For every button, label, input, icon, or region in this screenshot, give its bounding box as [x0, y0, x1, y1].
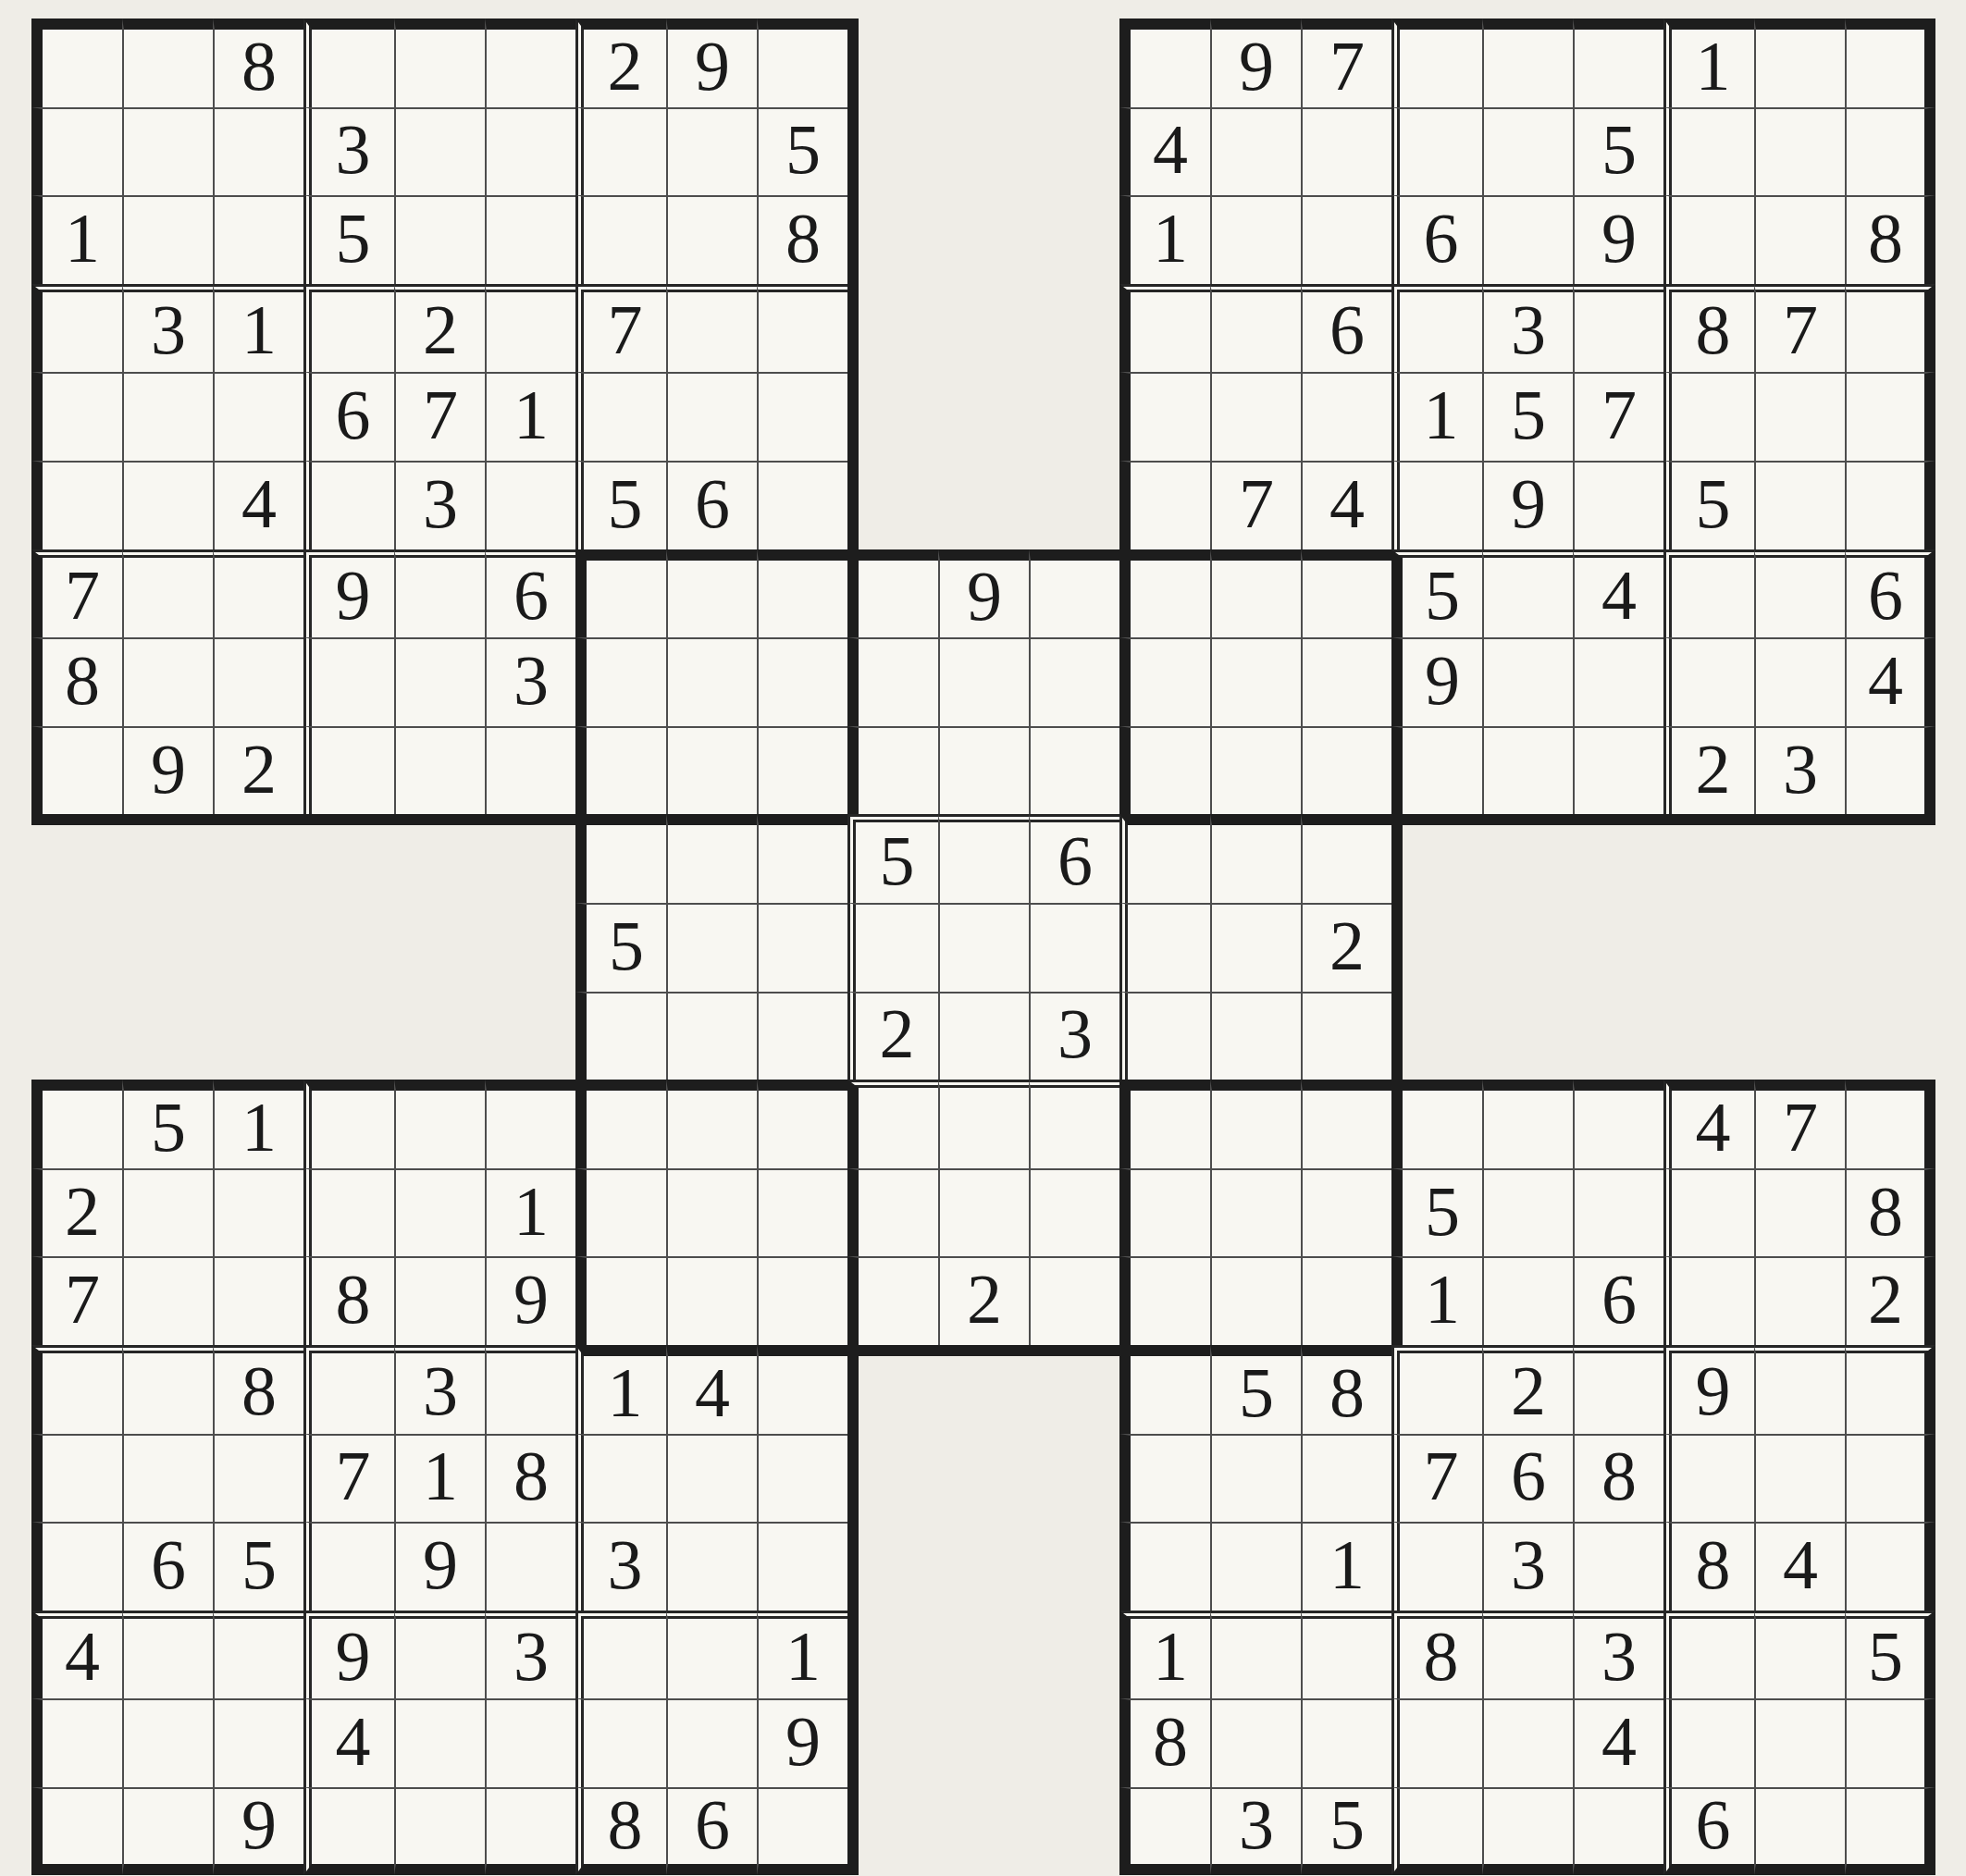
- sudoku-cell-empty[interactable]: [1210, 1256, 1301, 1345]
- sudoku-cell-empty[interactable]: [122, 1168, 213, 1257]
- sudoku-cell-empty[interactable]: [213, 549, 303, 638]
- paper-gap: [1663, 903, 1754, 992]
- sudoku-cell-empty[interactable]: [1210, 903, 1301, 992]
- sudoku-cell-empty[interactable]: [847, 1080, 938, 1168]
- sudoku-cell-empty[interactable]: [757, 903, 847, 992]
- sudoku-cell-empty[interactable]: [666, 903, 757, 992]
- sudoku-cell-empty[interactable]: [31, 1522, 122, 1611]
- sudoku-cell-empty[interactable]: [122, 107, 213, 196]
- sudoku-cell-given: 1: [1119, 195, 1210, 284]
- sudoku-cell-empty[interactable]: [1573, 1522, 1663, 1611]
- sudoku-cell-empty[interactable]: [847, 1256, 938, 1345]
- sudoku-cell-given: 1: [757, 1611, 847, 1699]
- sudoku-cell-empty[interactable]: [1301, 1611, 1391, 1699]
- sudoku-cell-empty[interactable]: [122, 195, 213, 284]
- sudoku-cell-empty[interactable]: [1301, 1080, 1391, 1168]
- cell-digit: 8: [1329, 1357, 1365, 1427]
- sudoku-cell-empty[interactable]: [394, 726, 485, 815]
- paper-gap: [1029, 1787, 1119, 1876]
- sudoku-cell-empty[interactable]: [394, 549, 485, 638]
- sudoku-cell-empty[interactable]: [213, 637, 303, 726]
- sudoku-cell-empty[interactable]: [1391, 1345, 1482, 1434]
- sudoku-cell-empty[interactable]: [122, 1611, 213, 1699]
- sudoku-cell-empty[interactable]: [122, 637, 213, 726]
- sudoku-cell-given: 3: [1210, 1787, 1301, 1876]
- sudoku-cell-empty[interactable]: [666, 726, 757, 815]
- sudoku-cell-empty[interactable]: [1210, 1168, 1301, 1257]
- sudoku-cell-empty[interactable]: [1391, 461, 1482, 549]
- sudoku-cell-empty[interactable]: [394, 1168, 485, 1257]
- sudoku-cell-empty[interactable]: [666, 195, 757, 284]
- sudoku-cell-empty[interactable]: [1573, 461, 1663, 549]
- sudoku-cell-empty[interactable]: [1119, 372, 1210, 461]
- sudoku-cell-empty[interactable]: [1754, 1168, 1845, 1257]
- sudoku-cell-empty[interactable]: [303, 1168, 394, 1257]
- sudoku-cell-empty[interactable]: [1573, 1168, 1663, 1257]
- sudoku-cell-empty[interactable]: [1119, 1787, 1210, 1876]
- paper-gap: [938, 107, 1029, 196]
- sudoku-cell-empty[interactable]: [122, 1787, 213, 1876]
- sudoku-cell-empty[interactable]: [303, 1345, 394, 1434]
- sudoku-cell-empty[interactable]: [757, 549, 847, 638]
- sudoku-cell-empty[interactable]: [122, 1256, 213, 1345]
- sudoku-cell-empty[interactable]: [213, 1256, 303, 1345]
- sudoku-cell-empty[interactable]: [666, 372, 757, 461]
- sudoku-cell-empty[interactable]: [666, 284, 757, 373]
- sudoku-cell-empty[interactable]: [122, 1345, 213, 1434]
- sudoku-cell-empty[interactable]: [122, 372, 213, 461]
- sudoku-cell-empty[interactable]: [757, 992, 847, 1080]
- sudoku-cell-empty[interactable]: [938, 726, 1029, 815]
- sudoku-cell-empty[interactable]: [1754, 1434, 1845, 1523]
- sudoku-cell-empty[interactable]: [1845, 1787, 1935, 1876]
- sudoku-cell-empty[interactable]: [1482, 1168, 1573, 1257]
- paper-gap: [213, 814, 303, 903]
- sudoku-cell-empty[interactable]: [1482, 637, 1573, 726]
- sudoku-cell-empty[interactable]: [1754, 637, 1845, 726]
- sudoku-cell-empty[interactable]: [1482, 1080, 1573, 1168]
- paper-gap: [122, 903, 213, 992]
- sudoku-cell-empty[interactable]: [575, 726, 666, 815]
- sudoku-cell-empty[interactable]: [575, 1168, 666, 1257]
- sudoku-cell-empty[interactable]: [666, 637, 757, 726]
- cell-digit: 7: [1783, 294, 1818, 364]
- sudoku-cell-empty[interactable]: [1391, 284, 1482, 373]
- sudoku-cell-empty[interactable]: [394, 1611, 485, 1699]
- sudoku-cell-empty[interactable]: [757, 1168, 847, 1257]
- cell-digit: 6: [695, 1789, 730, 1859]
- sudoku-cell-empty[interactable]: [757, 637, 847, 726]
- sudoku-cell-empty[interactable]: [1119, 1434, 1210, 1523]
- sudoku-cell-empty[interactable]: [1754, 461, 1845, 549]
- sudoku-cell-given: 7: [303, 1434, 394, 1523]
- sudoku-cell-empty[interactable]: [1663, 195, 1754, 284]
- sudoku-cell-empty[interactable]: [303, 1522, 394, 1611]
- sudoku-cell-empty[interactable]: [394, 1787, 485, 1876]
- cell-digit: 4: [336, 1706, 371, 1776]
- sudoku-cell-empty[interactable]: [575, 1256, 666, 1345]
- sudoku-cell-empty[interactable]: [31, 1434, 122, 1523]
- sudoku-cell-empty[interactable]: [485, 284, 575, 373]
- sudoku-cell-empty[interactable]: [1482, 195, 1573, 284]
- sudoku-cell-empty[interactable]: [666, 107, 757, 196]
- sudoku-cell-given: 8: [1119, 1698, 1210, 1787]
- sudoku-cell-empty[interactable]: [213, 1168, 303, 1257]
- sudoku-cell-empty[interactable]: [757, 1345, 847, 1434]
- sudoku-cell-empty[interactable]: [575, 107, 666, 196]
- sudoku-cell-empty[interactable]: [575, 1434, 666, 1523]
- paper-gap: [847, 461, 938, 549]
- sudoku-cell-empty[interactable]: [485, 19, 575, 107]
- sudoku-cell-empty[interactable]: [666, 992, 757, 1080]
- sudoku-cell-empty[interactable]: [394, 107, 485, 196]
- sudoku-cell-empty[interactable]: [666, 1080, 757, 1168]
- sudoku-cell-empty[interactable]: [1301, 1256, 1391, 1345]
- sudoku-cell-empty[interactable]: [1210, 549, 1301, 638]
- sudoku-cell-empty[interactable]: [1845, 1434, 1935, 1523]
- paper-gap: [938, 1522, 1029, 1611]
- sudoku-cell-empty[interactable]: [1301, 1168, 1391, 1257]
- paper-gap: [213, 903, 303, 992]
- sudoku-cell-empty[interactable]: [1663, 1698, 1754, 1787]
- sudoku-cell-empty[interactable]: [757, 1522, 847, 1611]
- sudoku-cell-empty[interactable]: [1573, 726, 1663, 815]
- sudoku-cell-empty[interactable]: [1754, 372, 1845, 461]
- sudoku-cell-empty[interactable]: [757, 726, 847, 815]
- sudoku-cell-empty[interactable]: [1119, 726, 1210, 815]
- sudoku-cell-empty[interactable]: [1845, 1080, 1935, 1168]
- sudoku-cell-empty[interactable]: [1845, 1345, 1935, 1434]
- sudoku-cell-empty[interactable]: [1210, 1611, 1301, 1699]
- paper-gap: [847, 195, 938, 284]
- sudoku-cell-given: 5: [575, 461, 666, 549]
- sudoku-cell-empty[interactable]: [938, 903, 1029, 992]
- sudoku-cell-empty[interactable]: [575, 195, 666, 284]
- sudoku-cell-empty[interactable]: [31, 1787, 122, 1876]
- sudoku-cell-empty[interactable]: [1573, 1080, 1663, 1168]
- sudoku-cell-empty[interactable]: [1210, 637, 1301, 726]
- sudoku-cell-empty[interactable]: [1119, 1522, 1210, 1611]
- cell-digit: 7: [65, 1264, 100, 1334]
- sudoku-cell-empty[interactable]: [1210, 1698, 1301, 1787]
- sudoku-cell-empty[interactable]: [1119, 903, 1210, 992]
- sudoku-cell-empty[interactable]: [1754, 107, 1845, 196]
- sudoku-cell-empty[interactable]: [1210, 992, 1301, 1080]
- sudoku-cell-empty[interactable]: [1754, 1698, 1845, 1787]
- sudoku-cell-empty[interactable]: [1119, 1345, 1210, 1434]
- sudoku-cell-empty[interactable]: [122, 19, 213, 107]
- sudoku-cell-empty[interactable]: [666, 814, 757, 903]
- sudoku-cell-empty[interactable]: [1301, 107, 1391, 196]
- sudoku-cell-empty[interactable]: [1210, 726, 1301, 815]
- sudoku-cell-empty[interactable]: [1482, 1698, 1573, 1787]
- sudoku-cell-empty[interactable]: [213, 1698, 303, 1787]
- sudoku-cell-empty[interactable]: [1754, 549, 1845, 638]
- sudoku-cell-empty[interactable]: [666, 1522, 757, 1611]
- sudoku-cell-empty[interactable]: [575, 1698, 666, 1787]
- sudoku-cell-empty[interactable]: [575, 1080, 666, 1168]
- sudoku-cell-empty[interactable]: [485, 1698, 575, 1787]
- sudoku-cell-given: 6: [1573, 1256, 1663, 1345]
- sudoku-cell-empty[interactable]: [847, 1168, 938, 1257]
- sudoku-cell-empty[interactable]: [938, 637, 1029, 726]
- sudoku-cell-empty[interactable]: [757, 461, 847, 549]
- sudoku-cell-empty[interactable]: [1845, 461, 1935, 549]
- sudoku-cell-empty[interactable]: [1301, 549, 1391, 638]
- sudoku-cell-empty[interactable]: [1301, 1434, 1391, 1523]
- sudoku-cell-given: 9: [303, 1611, 394, 1699]
- sudoku-cell-empty[interactable]: [757, 1787, 847, 1876]
- sudoku-cell-empty[interactable]: [1845, 372, 1935, 461]
- sudoku-cell-given: 5: [1663, 461, 1754, 549]
- sudoku-cell-empty[interactable]: [575, 1611, 666, 1699]
- sudoku-cell-empty[interactable]: [1663, 107, 1754, 196]
- sudoku-cell-empty[interactable]: [575, 637, 666, 726]
- sudoku-cell-empty[interactable]: [1210, 107, 1301, 196]
- sudoku-cell-empty[interactable]: [757, 1434, 847, 1523]
- sudoku-cell-empty[interactable]: [1845, 1522, 1935, 1611]
- sudoku-cell-empty[interactable]: [303, 284, 394, 373]
- sudoku-cell-empty[interactable]: [303, 19, 394, 107]
- sudoku-cell-empty[interactable]: [1663, 1256, 1754, 1345]
- sudoku-cell-empty[interactable]: [757, 284, 847, 373]
- sudoku-cell-empty[interactable]: [1210, 1434, 1301, 1523]
- sudoku-cell-empty[interactable]: [1301, 372, 1391, 461]
- sudoku-cell-empty[interactable]: [31, 1345, 122, 1434]
- sudoku-cell-empty[interactable]: [394, 637, 485, 726]
- sudoku-cell-empty[interactable]: [1573, 19, 1663, 107]
- sudoku-cell-empty[interactable]: [1301, 1698, 1391, 1787]
- sudoku-cell-empty[interactable]: [666, 549, 757, 638]
- sudoku-cell-empty[interactable]: [1754, 1256, 1845, 1345]
- sudoku-cell-empty[interactable]: [1573, 284, 1663, 373]
- sudoku-cell-empty[interactable]: [1482, 19, 1573, 107]
- sudoku-cell-empty[interactable]: [1391, 726, 1482, 815]
- sudoku-cell-empty[interactable]: [1029, 1168, 1119, 1257]
- cell-digit: 6: [513, 560, 549, 630]
- sudoku-cell-empty[interactable]: [666, 1256, 757, 1345]
- sudoku-cell-empty[interactable]: [213, 372, 303, 461]
- cell-digit: 4: [65, 1621, 100, 1691]
- sudoku-cell-empty[interactable]: [394, 19, 485, 107]
- sudoku-cell-empty[interactable]: [1573, 637, 1663, 726]
- cell-digit: 1: [513, 379, 549, 450]
- sudoku-cell-empty[interactable]: [1482, 1611, 1573, 1699]
- sudoku-cell-empty[interactable]: [1845, 19, 1935, 107]
- sudoku-cell-empty[interactable]: [122, 1698, 213, 1787]
- sudoku-cell-empty[interactable]: [1210, 372, 1301, 461]
- sudoku-cell-empty[interactable]: [575, 549, 666, 638]
- sudoku-cell-empty[interactable]: [1210, 284, 1301, 373]
- sudoku-cell-empty[interactable]: [1029, 637, 1119, 726]
- sudoku-cell-empty[interactable]: [485, 195, 575, 284]
- sudoku-cell-empty[interactable]: [1391, 1698, 1482, 1787]
- sudoku-cell-empty[interactable]: [1119, 637, 1210, 726]
- paper-gap: [31, 992, 122, 1080]
- sudoku-cell-empty[interactable]: [1663, 1168, 1754, 1257]
- sudoku-cell-empty[interactable]: [757, 19, 847, 107]
- paper-gap: [847, 1698, 938, 1787]
- sudoku-cell-empty[interactable]: [122, 1434, 213, 1523]
- sudoku-cell-empty[interactable]: [1210, 195, 1301, 284]
- sudoku-cell-empty[interactable]: [394, 195, 485, 284]
- sudoku-cell-empty[interactable]: [213, 1434, 303, 1523]
- sudoku-cell-empty[interactable]: [1754, 1787, 1845, 1876]
- sudoku-cell-empty[interactable]: [1482, 1256, 1573, 1345]
- sudoku-cell-empty[interactable]: [1029, 1256, 1119, 1345]
- cell-digit: 4: [241, 468, 277, 538]
- sudoku-cell-given: 1: [1391, 1256, 1482, 1345]
- sudoku-cell-empty[interactable]: [1573, 1345, 1663, 1434]
- sudoku-cell-empty[interactable]: [1210, 1080, 1301, 1168]
- sudoku-cell-empty[interactable]: [485, 1345, 575, 1434]
- sudoku-cell-empty[interactable]: [1663, 1611, 1754, 1699]
- sudoku-cell-empty[interactable]: [1119, 1256, 1210, 1345]
- sudoku-cell-empty[interactable]: [938, 814, 1029, 903]
- sudoku-cell-empty[interactable]: [1391, 107, 1482, 196]
- sudoku-cell-empty[interactable]: [1210, 1522, 1301, 1611]
- sudoku-cell-empty[interactable]: [1119, 19, 1210, 107]
- sudoku-cell-empty[interactable]: [1754, 19, 1845, 107]
- sudoku-cell-empty[interactable]: [1119, 992, 1210, 1080]
- sudoku-cell-empty[interactable]: [1391, 1080, 1482, 1168]
- sudoku-cell-empty[interactable]: [1301, 195, 1391, 284]
- sudoku-cell-empty[interactable]: [666, 1698, 757, 1787]
- sudoku-cell-empty[interactable]: [1301, 814, 1391, 903]
- sudoku-cell-empty[interactable]: [31, 284, 122, 373]
- sudoku-cell-empty[interactable]: [1119, 1080, 1210, 1168]
- sudoku-cell-empty[interactable]: [122, 549, 213, 638]
- sudoku-cell-empty[interactable]: [394, 1698, 485, 1787]
- paper-gap: [1029, 195, 1119, 284]
- sudoku-cell-empty[interactable]: [1845, 726, 1935, 815]
- sudoku-cell-empty[interactable]: [1754, 195, 1845, 284]
- sudoku-cell-empty[interactable]: [1663, 1434, 1754, 1523]
- sudoku-cell-empty[interactable]: [666, 1168, 757, 1257]
- sudoku-cell-empty[interactable]: [1482, 549, 1573, 638]
- sudoku-cell-empty[interactable]: [1119, 549, 1210, 638]
- sudoku-cell-empty[interactable]: [122, 461, 213, 549]
- sudoku-cell-empty[interactable]: [394, 1080, 485, 1168]
- sudoku-cell-empty[interactable]: [303, 726, 394, 815]
- sudoku-cell-empty[interactable]: [1119, 284, 1210, 373]
- paper-gap: [1029, 1611, 1119, 1699]
- sudoku-cell-empty[interactable]: [485, 726, 575, 815]
- sudoku-cell-empty[interactable]: [1029, 903, 1119, 992]
- sudoku-cell-empty[interactable]: [1029, 1080, 1119, 1168]
- sudoku-cell-empty[interactable]: [757, 372, 847, 461]
- sudoku-cell-empty[interactable]: [847, 549, 938, 638]
- sudoku-cell-empty[interactable]: [1482, 726, 1573, 815]
- sudoku-cell-empty[interactable]: [213, 1611, 303, 1699]
- sudoku-cell-empty[interactable]: [1119, 1168, 1210, 1257]
- sudoku-cell-empty[interactable]: [938, 1168, 1029, 1257]
- sudoku-cell-empty[interactable]: [1754, 1345, 1845, 1434]
- sudoku-cell-empty[interactable]: [757, 1256, 847, 1345]
- sudoku-cell-empty[interactable]: [485, 1080, 575, 1168]
- sudoku-cell-empty[interactable]: [1663, 549, 1754, 638]
- sudoku-cell-empty[interactable]: [575, 992, 666, 1080]
- sudoku-cell-empty[interactable]: [31, 1698, 122, 1787]
- sudoku-cell-empty[interactable]: [394, 1256, 485, 1345]
- sudoku-cell-given: 8: [1845, 195, 1935, 284]
- sudoku-cell-empty[interactable]: [938, 1080, 1029, 1168]
- sudoku-cell-empty[interactable]: [31, 726, 122, 815]
- sudoku-cell-empty[interactable]: [666, 1434, 757, 1523]
- sudoku-cell-empty[interactable]: [757, 814, 847, 903]
- sudoku-cell-empty[interactable]: [1845, 107, 1935, 196]
- sudoku-cell-given: 7: [31, 549, 122, 638]
- sudoku-cell-empty[interactable]: [213, 107, 303, 196]
- sudoku-cell-empty[interactable]: [1119, 461, 1210, 549]
- sudoku-cell-empty[interactable]: [485, 1787, 575, 1876]
- sudoku-cell-empty[interactable]: [1754, 1611, 1845, 1699]
- sudoku-cell-empty[interactable]: [31, 19, 122, 107]
- sudoku-cell-empty[interactable]: [1301, 726, 1391, 815]
- sudoku-cell-empty[interactable]: [1573, 1787, 1663, 1876]
- sudoku-cell-empty[interactable]: [847, 903, 938, 992]
- sudoku-cell-given: 6: [1029, 814, 1119, 903]
- sudoku-cell-empty[interactable]: [757, 1080, 847, 1168]
- sudoku-cell-empty[interactable]: [213, 195, 303, 284]
- sudoku-cell-empty[interactable]: [666, 1611, 757, 1699]
- sudoku-cell-empty[interactable]: [303, 1080, 394, 1168]
- sudoku-cell-empty[interactable]: [847, 637, 938, 726]
- sudoku-cell-empty[interactable]: [485, 107, 575, 196]
- sudoku-cell-empty[interactable]: [575, 372, 666, 461]
- sudoku-cell-empty[interactable]: [303, 461, 394, 549]
- sudoku-cell-empty[interactable]: [1663, 372, 1754, 461]
- sudoku-cell-empty[interactable]: [1391, 19, 1482, 107]
- sudoku-cell-empty[interactable]: [1119, 814, 1210, 903]
- sudoku-cell-empty[interactable]: [1845, 1698, 1935, 1787]
- sudoku-cell-empty[interactable]: [1663, 637, 1754, 726]
- sudoku-cell-given: 3: [394, 461, 485, 549]
- sudoku-cell-empty[interactable]: [31, 461, 122, 549]
- sudoku-cell-empty[interactable]: [1482, 1787, 1573, 1876]
- sudoku-cell-empty[interactable]: [1210, 814, 1301, 903]
- sudoku-cell-empty[interactable]: [485, 461, 575, 549]
- sudoku-cell-empty[interactable]: [31, 372, 122, 461]
- sudoku-cell-empty[interactable]: [1391, 1787, 1482, 1876]
- sudoku-cell-empty[interactable]: [31, 1080, 122, 1168]
- sudoku-cell-empty[interactable]: [1845, 284, 1935, 373]
- sudoku-cell-empty[interactable]: [575, 814, 666, 903]
- paper-gap: [1845, 814, 1935, 903]
- sudoku-cell-given: 6: [1663, 1787, 1754, 1876]
- sudoku-cell-given: 6: [1845, 549, 1935, 638]
- sudoku-cell-empty[interactable]: [1301, 992, 1391, 1080]
- sudoku-cell-empty[interactable]: [847, 726, 938, 815]
- cell-digit: 2: [880, 998, 915, 1068]
- cell-digit: 7: [1601, 379, 1637, 450]
- sudoku-cell-empty[interactable]: [303, 637, 394, 726]
- sudoku-cell-empty[interactable]: [1301, 637, 1391, 726]
- sudoku-cell-empty[interactable]: [485, 1522, 575, 1611]
- sudoku-cell-empty[interactable]: [1029, 549, 1119, 638]
- sudoku-cell-empty[interactable]: [1391, 1522, 1482, 1611]
- sudoku-cell-empty[interactable]: [938, 992, 1029, 1080]
- paper-gap: [213, 992, 303, 1080]
- cell-digit: 2: [1868, 1264, 1903, 1334]
- sudoku-cell-empty[interactable]: [1029, 726, 1119, 815]
- cell-digit: 2: [241, 734, 277, 804]
- sudoku-cell-empty[interactable]: [31, 107, 122, 196]
- sudoku-cell-empty[interactable]: [303, 1787, 394, 1876]
- paper-gap: [1391, 903, 1482, 992]
- sudoku-cell-empty[interactable]: [1482, 107, 1573, 196]
- paper-gap: [847, 284, 938, 373]
